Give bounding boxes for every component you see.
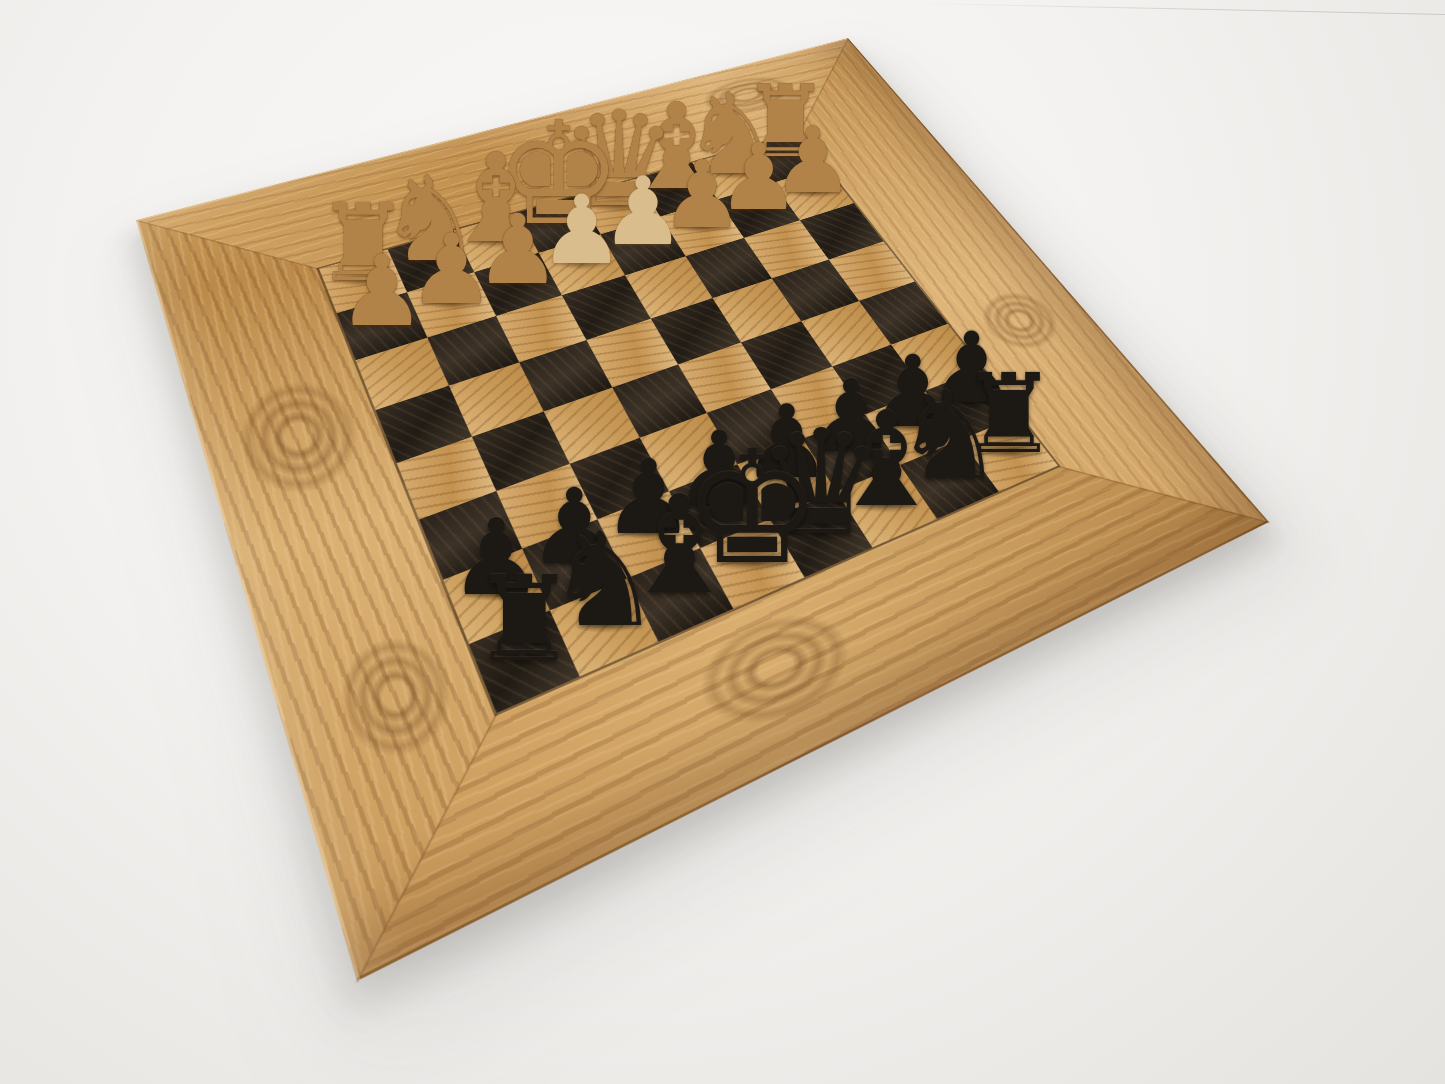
backdrop-seam-line	[909, 3, 1445, 15]
piece-white-pawn-h2[interactable]: ♟	[333, 242, 431, 340]
piece-black-rook-h8[interactable]: ♜	[465, 560, 583, 678]
product-photo-scene: ♜♞♝♚♛♝♞♜♟♟♟♟♟♟♟♟♟♟♟♟♟♟♟♟♜♞♝♚♛♝♞♜	[0, 0, 1445, 1084]
